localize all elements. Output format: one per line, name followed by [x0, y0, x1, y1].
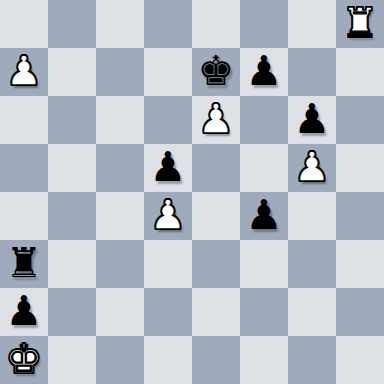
square-g3[interactable]: [288, 240, 336, 288]
square-a3[interactable]: ♜: [0, 240, 48, 288]
square-c3[interactable]: [96, 240, 144, 288]
black-pawn[interactable]: ♟: [0, 288, 48, 336]
square-g8[interactable]: [288, 0, 336, 48]
square-f5[interactable]: [240, 144, 288, 192]
square-e8[interactable]: [192, 0, 240, 48]
square-g7[interactable]: [288, 48, 336, 96]
chess-board: ♜♟♚♟♟♟♟♟♟♟♜♟♚: [0, 0, 384, 384]
square-g2[interactable]: [288, 288, 336, 336]
square-a1[interactable]: ♚: [0, 336, 48, 384]
square-d1[interactable]: [144, 336, 192, 384]
square-c6[interactable]: [96, 96, 144, 144]
white-king[interactable]: ♚: [0, 336, 48, 384]
square-d8[interactable]: [144, 0, 192, 48]
square-f2[interactable]: [240, 288, 288, 336]
square-a5[interactable]: [0, 144, 48, 192]
square-g5[interactable]: ♟: [288, 144, 336, 192]
square-e5[interactable]: [192, 144, 240, 192]
square-f8[interactable]: [240, 0, 288, 48]
square-c8[interactable]: [96, 0, 144, 48]
square-f3[interactable]: [240, 240, 288, 288]
square-e7[interactable]: ♚: [192, 48, 240, 96]
square-d2[interactable]: [144, 288, 192, 336]
square-b1[interactable]: [48, 336, 96, 384]
square-a7[interactable]: ♟: [0, 48, 48, 96]
square-f7[interactable]: ♟: [240, 48, 288, 96]
square-c5[interactable]: [96, 144, 144, 192]
square-h8[interactable]: ♜: [336, 0, 384, 48]
square-e1[interactable]: [192, 336, 240, 384]
square-a6[interactable]: [0, 96, 48, 144]
white-pawn[interactable]: ♟: [192, 96, 240, 144]
square-b7[interactable]: [48, 48, 96, 96]
square-c1[interactable]: [96, 336, 144, 384]
square-d6[interactable]: [144, 96, 192, 144]
white-pawn[interactable]: ♟: [288, 144, 336, 192]
white-rook[interactable]: ♜: [336, 0, 384, 48]
square-a8[interactable]: [0, 0, 48, 48]
square-d7[interactable]: [144, 48, 192, 96]
black-rook[interactable]: ♜: [0, 240, 48, 288]
black-pawn[interactable]: ♟: [288, 96, 336, 144]
square-g4[interactable]: [288, 192, 336, 240]
square-b6[interactable]: [48, 96, 96, 144]
square-e2[interactable]: [192, 288, 240, 336]
square-c4[interactable]: [96, 192, 144, 240]
square-h1[interactable]: [336, 336, 384, 384]
square-g6[interactable]: ♟: [288, 96, 336, 144]
white-pawn[interactable]: ♟: [144, 192, 192, 240]
square-f6[interactable]: [240, 96, 288, 144]
square-c2[interactable]: [96, 288, 144, 336]
square-h6[interactable]: [336, 96, 384, 144]
square-d3[interactable]: [144, 240, 192, 288]
white-pawn[interactable]: ♟: [0, 48, 48, 96]
square-d4[interactable]: ♟: [144, 192, 192, 240]
square-b2[interactable]: [48, 288, 96, 336]
square-e6[interactable]: ♟: [192, 96, 240, 144]
square-c7[interactable]: [96, 48, 144, 96]
square-e3[interactable]: [192, 240, 240, 288]
square-b3[interactable]: [48, 240, 96, 288]
square-h7[interactable]: [336, 48, 384, 96]
square-b8[interactable]: [48, 0, 96, 48]
square-a2[interactable]: ♟: [0, 288, 48, 336]
square-g1[interactable]: [288, 336, 336, 384]
square-e4[interactable]: [192, 192, 240, 240]
square-b5[interactable]: [48, 144, 96, 192]
square-h2[interactable]: [336, 288, 384, 336]
square-f4[interactable]: ♟: [240, 192, 288, 240]
square-a4[interactable]: [0, 192, 48, 240]
black-king[interactable]: ♚: [192, 48, 240, 96]
square-b4[interactable]: [48, 192, 96, 240]
square-d5[interactable]: ♟: [144, 144, 192, 192]
square-h3[interactable]: [336, 240, 384, 288]
black-pawn[interactable]: ♟: [240, 192, 288, 240]
square-h5[interactable]: [336, 144, 384, 192]
square-f1[interactable]: [240, 336, 288, 384]
square-h4[interactable]: [336, 192, 384, 240]
black-pawn[interactable]: ♟: [240, 48, 288, 96]
black-pawn[interactable]: ♟: [144, 144, 192, 192]
